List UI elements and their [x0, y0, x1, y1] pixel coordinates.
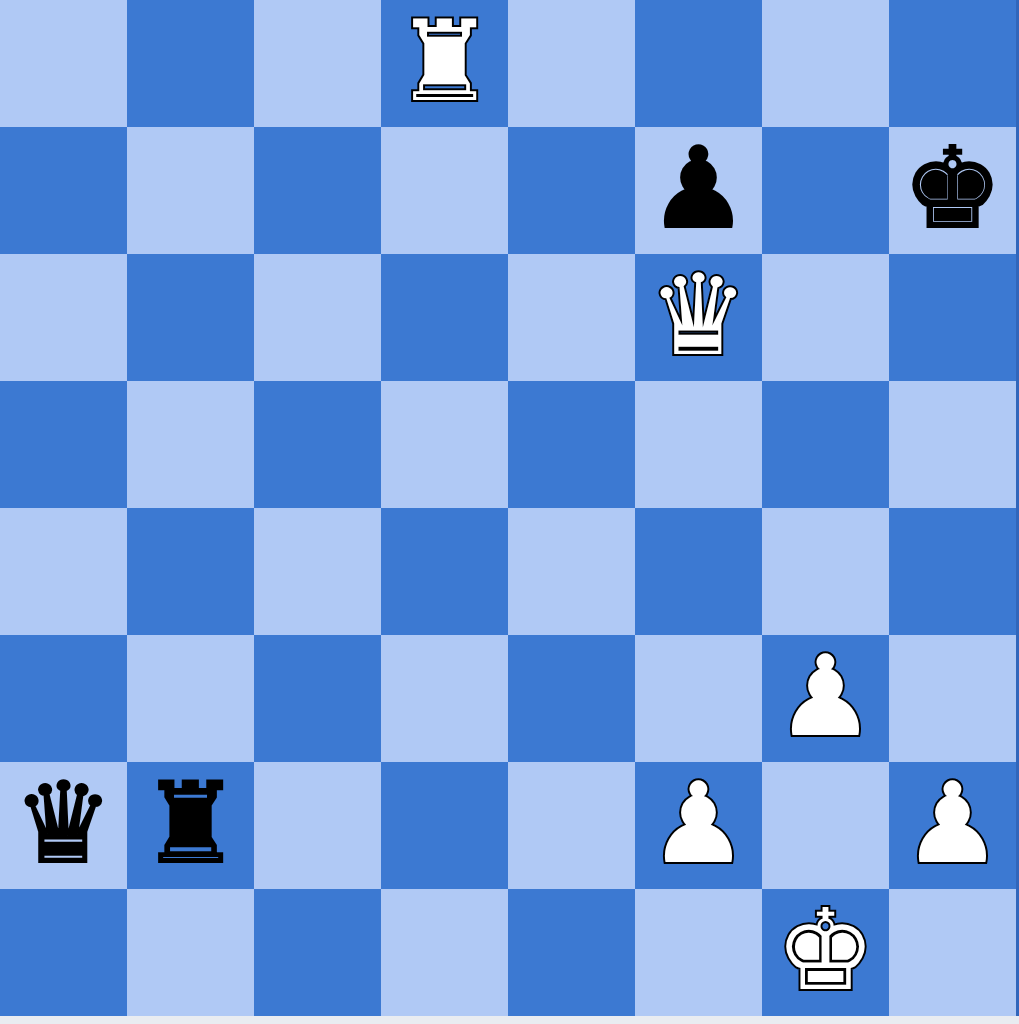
- square-f1[interactable]: [635, 889, 762, 1016]
- square-c4[interactable]: [254, 508, 381, 635]
- square-c2[interactable]: [254, 762, 381, 889]
- square-h4[interactable]: [889, 508, 1016, 635]
- white-rook[interactable]: ♜: [394, 5, 494, 117]
- square-b1[interactable]: [127, 889, 254, 1016]
- square-e6[interactable]: [508, 254, 635, 381]
- square-g7[interactable]: [762, 127, 889, 254]
- white-queen[interactable]: ♛: [648, 259, 748, 371]
- square-h8[interactable]: [889, 0, 1016, 127]
- square-d1[interactable]: [381, 889, 508, 1016]
- chess-board-area: ♜♟♚♛♟♛♜♟♟♚: [0, 0, 1019, 1024]
- square-g6[interactable]: [762, 254, 889, 381]
- square-d3[interactable]: [381, 635, 508, 762]
- square-d8[interactable]: ♜: [381, 0, 508, 127]
- square-c6[interactable]: [254, 254, 381, 381]
- square-b7[interactable]: [127, 127, 254, 254]
- square-e8[interactable]: [508, 0, 635, 127]
- white-king[interactable]: ♚: [775, 894, 875, 1006]
- square-f8[interactable]: [635, 0, 762, 127]
- square-b3[interactable]: [127, 635, 254, 762]
- square-b2[interactable]: ♜: [127, 762, 254, 889]
- square-d7[interactable]: [381, 127, 508, 254]
- square-a4[interactable]: [0, 508, 127, 635]
- square-d5[interactable]: [381, 381, 508, 508]
- square-f5[interactable]: [635, 381, 762, 508]
- square-h1[interactable]: [889, 889, 1016, 1016]
- square-a1[interactable]: [0, 889, 127, 1016]
- square-a2[interactable]: ♛: [0, 762, 127, 889]
- square-c7[interactable]: [254, 127, 381, 254]
- square-g5[interactable]: [762, 381, 889, 508]
- square-c1[interactable]: [254, 889, 381, 1016]
- square-c5[interactable]: [254, 381, 381, 508]
- black-king[interactable]: ♚: [902, 132, 1002, 244]
- square-a6[interactable]: [0, 254, 127, 381]
- square-b4[interactable]: [127, 508, 254, 635]
- square-h7[interactable]: ♚: [889, 127, 1016, 254]
- square-d2[interactable]: [381, 762, 508, 889]
- square-g8[interactable]: [762, 0, 889, 127]
- square-f7[interactable]: ♟: [635, 127, 762, 254]
- square-g3[interactable]: ♟: [762, 635, 889, 762]
- square-g1[interactable]: ♚: [762, 889, 889, 1016]
- white-pawn[interactable]: ♟: [648, 767, 748, 879]
- square-d4[interactable]: [381, 508, 508, 635]
- square-b8[interactable]: [127, 0, 254, 127]
- square-c3[interactable]: [254, 635, 381, 762]
- square-h2[interactable]: ♟: [889, 762, 1016, 889]
- square-f3[interactable]: [635, 635, 762, 762]
- square-f4[interactable]: [635, 508, 762, 635]
- square-g4[interactable]: [762, 508, 889, 635]
- square-e3[interactable]: [508, 635, 635, 762]
- square-e4[interactable]: [508, 508, 635, 635]
- white-pawn[interactable]: ♟: [775, 640, 875, 752]
- square-a8[interactable]: [0, 0, 127, 127]
- square-a3[interactable]: [0, 635, 127, 762]
- square-b6[interactable]: [127, 254, 254, 381]
- square-b5[interactable]: [127, 381, 254, 508]
- square-g2[interactable]: [762, 762, 889, 889]
- square-c8[interactable]: [254, 0, 381, 127]
- board-bottom-strip: [0, 1016, 1019, 1024]
- square-d6[interactable]: [381, 254, 508, 381]
- square-h5[interactable]: [889, 381, 1016, 508]
- square-e7[interactable]: [508, 127, 635, 254]
- square-h3[interactable]: [889, 635, 1016, 762]
- black-rook[interactable]: ♜: [140, 767, 240, 879]
- black-queen[interactable]: ♛: [13, 767, 113, 879]
- chess-board: ♜♟♚♛♟♛♜♟♟♚: [0, 0, 1016, 1016]
- square-e1[interactable]: [508, 889, 635, 1016]
- square-f2[interactable]: ♟: [635, 762, 762, 889]
- square-h6[interactable]: [889, 254, 1016, 381]
- square-e2[interactable]: [508, 762, 635, 889]
- square-a7[interactable]: [0, 127, 127, 254]
- square-e5[interactable]: [508, 381, 635, 508]
- square-f6[interactable]: ♛: [635, 254, 762, 381]
- black-pawn[interactable]: ♟: [648, 132, 748, 244]
- square-a5[interactable]: [0, 381, 127, 508]
- white-pawn[interactable]: ♟: [902, 767, 1002, 879]
